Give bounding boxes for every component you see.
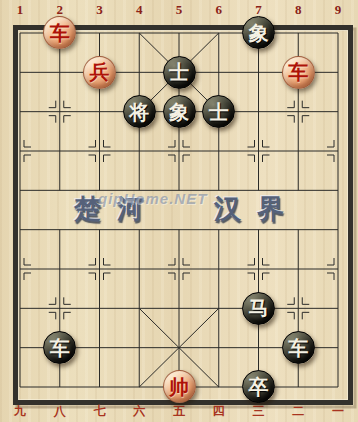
piece-black-elephant[interactable]: 象 <box>242 16 275 49</box>
board-cell: 车 <box>278 328 318 367</box>
piece-black-general[interactable]: 将 <box>123 95 156 128</box>
piece-black-advisor[interactable]: 士 <box>163 56 196 89</box>
board-cell: 帅 <box>159 367 199 406</box>
board-cell: 士 <box>159 53 199 92</box>
board-cell: 象 <box>159 92 199 131</box>
xiangqi-board: 楚河 汉界 qipHome.NET 车象兵士车将象士马车车帅卒 12345678… <box>0 0 358 422</box>
board-cell: 兵 <box>80 53 120 92</box>
piece-red-chariot[interactable]: 车 <box>43 16 76 49</box>
piece-grid[interactable]: 车象兵士车将象士马车车帅卒 <box>0 13 358 406</box>
piece-black-chariot[interactable]: 车 <box>43 331 76 364</box>
board-cell: 将 <box>119 92 159 131</box>
piece-black-horse[interactable]: 马 <box>242 292 275 325</box>
board-cell: 车 <box>40 13 80 52</box>
board-cell: 车 <box>278 53 318 92</box>
piece-black-elephant[interactable]: 象 <box>163 95 196 128</box>
piece-black-chariot[interactable]: 车 <box>282 331 315 364</box>
piece-black-advisor[interactable]: 士 <box>202 95 235 128</box>
board-cell: 象 <box>239 13 279 52</box>
board-cell: 马 <box>239 289 279 328</box>
piece-black-soldier[interactable]: 卒 <box>242 370 275 403</box>
board-cell: 士 <box>199 92 239 131</box>
board-cell: 卒 <box>239 367 279 406</box>
piece-red-general[interactable]: 帅 <box>163 370 196 403</box>
board-cell: 车 <box>40 328 80 367</box>
piece-red-chariot[interactable]: 车 <box>282 56 315 89</box>
piece-red-soldier[interactable]: 兵 <box>83 56 116 89</box>
